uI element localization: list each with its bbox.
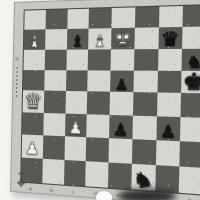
piece-white-king-e7: ♚ (113, 28, 133, 49)
square-b3 (43, 112, 65, 135)
square-h5: ♚ (181, 70, 200, 93)
square-e8 (111, 7, 135, 28)
square-c6 (66, 49, 88, 70)
square-a5 (23, 70, 44, 91)
square-b5 (44, 70, 66, 91)
piece-white-bishop-d7: ♝ (92, 33, 107, 49)
square-g3: ♟ (156, 116, 181, 141)
square-a6 (23, 49, 44, 69)
square-c8 (67, 9, 89, 29)
piece-white-pawn-c3: ♟ (68, 120, 83, 137)
square-d4 (87, 91, 110, 114)
square-e2 (109, 138, 133, 164)
square-e4 (110, 92, 134, 115)
square-h2 (180, 141, 200, 168)
square-b7 (45, 29, 67, 49)
square-b6 (44, 49, 66, 70)
square-h6: ♞ (182, 48, 200, 70)
square-d2 (86, 137, 109, 162)
square-c2 (64, 136, 86, 161)
square-g6 (157, 48, 182, 70)
square-c1 (63, 159, 86, 186)
piece-white-queen-a4: ♛ (24, 91, 43, 113)
square-h1 (179, 166, 200, 195)
square-g8 (158, 6, 183, 27)
square-g7: ♛ (158, 27, 183, 49)
piece-black-queen-g7: ♛ (161, 29, 180, 49)
square-a7: ♝ (24, 29, 45, 49)
square-h7 (182, 26, 200, 48)
square-a8 (24, 10, 45, 30)
square-h3 (180, 117, 200, 142)
piece-black-pawn-e3: ♟ (113, 121, 129, 138)
square-e5: ♟ (110, 70, 134, 92)
square-d3 (86, 114, 109, 138)
square-f8 (135, 7, 159, 28)
off-board-shadow (118, 189, 176, 200)
square-c5 (65, 70, 87, 92)
brand-text-blur (16, 67, 18, 97)
file-label-h: h (178, 196, 200, 200)
square-g2 (155, 140, 180, 166)
square-f4 (133, 92, 157, 116)
square-b2 (43, 135, 65, 160)
square-b8 (45, 9, 67, 29)
square-c4 (65, 91, 87, 114)
piece-black-pawn-e5: ♟ (115, 77, 129, 92)
square-g5 (157, 70, 182, 93)
square-h4 (181, 93, 200, 117)
piece-black-bishop-c7: ♝ (70, 33, 85, 49)
square-b4 (44, 91, 66, 114)
square-e3: ♟ (109, 114, 133, 138)
piece-black-pawn-g3: ♟ (160, 123, 177, 141)
file-label-c: c (62, 188, 84, 196)
square-f3 (132, 115, 156, 140)
file-label-b: b (41, 186, 63, 194)
square-a3 (22, 112, 43, 135)
piece-white-pawn-a2: ♟ (25, 141, 40, 159)
chessboard-photo-scene: © ✣ ✥ ♝♝♝♚♛♞♟♚♛♟♟♟♟♞ abcdefgh 87654321 (0, 0, 200, 200)
square-e7: ♚ (111, 28, 135, 49)
square-f1: ♞ (131, 163, 155, 191)
square-a2: ♟ (22, 134, 43, 158)
square-f7 (134, 27, 158, 48)
vinyl-chess-mat: © ✣ ✥ ♝♝♝♚♛♞♟♚♛♟♟♟♟♞ abcdefgh 87654321 (10, 0, 200, 200)
piece-black-knight-h6: ♞ (186, 54, 200, 70)
square-d8 (89, 8, 112, 29)
square-f5 (133, 70, 157, 92)
square-f6 (134, 49, 158, 71)
square-b1 (42, 158, 64, 184)
square-a4: ♛ (23, 90, 44, 112)
square-c7: ♝ (66, 29, 88, 50)
square-d1 (85, 161, 108, 188)
square-d5 (87, 70, 110, 92)
chess-board: ♝♝♝♚♛♞♟♚♛♟♟♟♟♞ (20, 4, 200, 196)
piece-white-bishop-a7: ♝ (28, 34, 42, 49)
brand-text: © (14, 55, 20, 62)
file-label-a: a (20, 185, 41, 193)
square-g4 (156, 92, 181, 116)
square-h8 (183, 5, 200, 27)
piece-black-king-h5: ♚ (182, 69, 200, 93)
off-board-piece-blur (96, 191, 112, 200)
square-d7: ♝ (88, 28, 111, 49)
square-e1 (108, 162, 132, 189)
square-f2 (132, 139, 156, 165)
square-e6 (111, 49, 135, 70)
square-c3: ♟ (65, 113, 87, 137)
square-d6 (88, 49, 111, 70)
